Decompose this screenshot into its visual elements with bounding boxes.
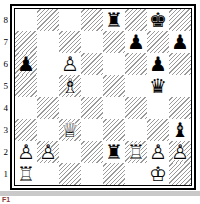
square-e4[interactable] (103, 97, 125, 119)
square-c1[interactable] (59, 163, 81, 185)
rank-label-6: 6 (0, 58, 8, 70)
square-c7[interactable] (59, 31, 81, 53)
rank-label-1: 1 (0, 168, 8, 180)
square-f6[interactable] (125, 53, 147, 75)
square-f1[interactable] (125, 163, 147, 185)
square-g1[interactable]: ♚♔ (147, 163, 169, 185)
square-h8[interactable] (169, 9, 191, 31)
piece-white-pawn-h2[interactable]: ♟♙ (169, 141, 191, 163)
square-f4[interactable] (125, 97, 147, 119)
white-pawn-outline-icon: ♙ (59, 53, 81, 75)
rank-label-4: 4 (0, 102, 8, 114)
square-h3[interactable]: ♝ (169, 119, 191, 141)
square-g3[interactable] (147, 119, 169, 141)
black-bishop-icon: ♝ (169, 119, 191, 141)
chess-board: ♜♚♟♟♟♟♙♟♝♗♛♛♕♝♟♙♟♙♜♜♖♟♙♟♙♜♖♚♔ (10, 4, 196, 190)
square-b1[interactable] (37, 163, 59, 185)
square-b5[interactable] (37, 75, 59, 97)
square-b8[interactable] (37, 9, 59, 31)
chess-diagram-screenshot: 87654321 ♜♚♟♟♟♟♙♟♝♗♛♛♕♝♟♙♟♙♜♜♖♟♙♟♙♜♖♚♔ F… (0, 0, 200, 204)
square-f7[interactable]: ♟ (125, 31, 147, 53)
square-h1[interactable] (169, 163, 191, 185)
white-queen-outline-icon: ♕ (59, 119, 81, 141)
piece-black-rook-e8[interactable]: ♜ (103, 9, 125, 31)
black-pawn-icon: ♟ (125, 31, 147, 53)
square-c3[interactable]: ♛♕ (59, 119, 81, 141)
piece-white-pawn-a2[interactable]: ♟♙ (15, 141, 37, 163)
white-pawn-outline-icon: ♙ (37, 141, 59, 163)
square-f8[interactable] (125, 9, 147, 31)
white-rook-outline-icon: ♖ (15, 163, 37, 185)
chess-board-grid: ♜♚♟♟♟♟♙♟♝♗♛♛♕♝♟♙♟♙♜♜♖♟♙♟♙♜♖♚♔ (14, 8, 192, 186)
rank-label-5: 5 (0, 80, 8, 92)
square-f5[interactable] (125, 75, 147, 97)
square-e3[interactable] (103, 119, 125, 141)
square-a4[interactable] (15, 97, 37, 119)
rank-label-8: 8 (0, 14, 8, 26)
square-b2[interactable]: ♟♙ (37, 141, 59, 163)
square-f3[interactable] (125, 119, 147, 141)
square-b4[interactable] (37, 97, 59, 119)
square-e6[interactable] (103, 53, 125, 75)
white-king-outline-icon: ♔ (147, 163, 169, 185)
black-pawn-icon: ♟ (15, 53, 37, 75)
square-c6[interactable]: ♟♙ (59, 53, 81, 75)
piece-black-king-g8[interactable]: ♚ (147, 9, 169, 31)
square-a5[interactable] (15, 75, 37, 97)
rank-label-3: 3 (0, 124, 8, 136)
square-b3[interactable] (37, 119, 59, 141)
square-g8[interactable]: ♚ (147, 9, 169, 31)
square-e5[interactable] (103, 75, 125, 97)
square-a7[interactable] (15, 31, 37, 53)
rank-label-2: 2 (0, 146, 8, 158)
black-pawn-icon: ♟ (147, 53, 169, 75)
square-a1[interactable]: ♜♖ (15, 163, 37, 185)
piece-black-pawn-g6[interactable]: ♟ (147, 53, 169, 75)
black-queen-icon: ♛ (147, 75, 169, 97)
piece-white-pawn-b2[interactable]: ♟♙ (37, 141, 59, 163)
piece-white-rook-f2[interactable]: ♜♖ (125, 141, 147, 163)
piece-white-pawn-c6[interactable]: ♟♙ (59, 53, 81, 75)
piece-black-rook-e2[interactable]: ♜ (103, 141, 125, 163)
square-c8[interactable] (59, 9, 81, 31)
square-g7[interactable] (147, 31, 169, 53)
black-pawn-icon: ♟ (169, 31, 191, 53)
piece-black-pawn-a6[interactable]: ♟ (15, 53, 37, 75)
black-rook-icon: ♜ (103, 141, 125, 163)
white-bishop-outline-icon: ♗ (59, 75, 81, 97)
rank-labels: 87654321 (0, 0, 8, 196)
white-pawn-outline-icon: ♙ (15, 141, 37, 163)
white-rook-outline-icon: ♖ (125, 141, 147, 163)
square-b7[interactable] (37, 31, 59, 53)
square-d1[interactable] (81, 163, 103, 185)
square-h4[interactable] (169, 97, 191, 119)
square-a2[interactable]: ♟♙ (15, 141, 37, 163)
square-a8[interactable] (15, 9, 37, 31)
square-e8[interactable]: ♜ (103, 9, 125, 31)
square-a6[interactable]: ♟ (15, 53, 37, 75)
piece-white-queen-c3[interactable]: ♛♕ (59, 119, 81, 141)
square-a3[interactable] (15, 119, 37, 141)
square-b6[interactable] (37, 53, 59, 75)
square-d8[interactable] (81, 9, 103, 31)
square-e7[interactable] (103, 31, 125, 53)
white-pawn-outline-icon: ♙ (147, 141, 169, 163)
square-e2[interactable]: ♜ (103, 141, 125, 163)
square-h5[interactable] (169, 75, 191, 97)
square-d4[interactable] (81, 97, 103, 119)
square-d3[interactable] (81, 119, 103, 141)
piece-white-pawn-g2[interactable]: ♟♙ (147, 141, 169, 163)
square-h7[interactable]: ♟ (169, 31, 191, 53)
diagram-caption: F1 (2, 196, 10, 204)
square-h2[interactable]: ♟♙ (169, 141, 191, 163)
black-king-icon: ♚ (147, 9, 169, 31)
square-g2[interactable]: ♟♙ (147, 141, 169, 163)
square-h6[interactable] (169, 53, 191, 75)
white-pawn-outline-icon: ♙ (169, 141, 191, 163)
square-c4[interactable] (59, 97, 81, 119)
square-f2[interactable]: ♜♖ (125, 141, 147, 163)
piece-black-pawn-h7[interactable]: ♟ (169, 31, 191, 53)
square-d2[interactable] (81, 141, 103, 163)
square-g6[interactable]: ♟ (147, 53, 169, 75)
piece-white-king-g1[interactable]: ♚♔ (147, 163, 169, 185)
square-d7[interactable] (81, 31, 103, 53)
square-g5[interactable]: ♛ (147, 75, 169, 97)
square-c5[interactable]: ♝♗ (59, 75, 81, 97)
square-d6[interactable] (81, 53, 103, 75)
square-e1[interactable] (103, 163, 125, 185)
piece-white-bishop-c5[interactable]: ♝♗ (59, 75, 81, 97)
square-g4[interactable] (147, 97, 169, 119)
square-d5[interactable] (81, 75, 103, 97)
piece-black-bishop-h3[interactable]: ♝ (169, 119, 191, 141)
black-rook-icon: ♜ (103, 9, 125, 31)
piece-black-pawn-f7[interactable]: ♟ (125, 31, 147, 53)
piece-white-rook-a1[interactable]: ♜♖ (15, 163, 37, 185)
piece-black-queen-g5[interactable]: ♛ (147, 75, 169, 97)
bottom-strip (0, 191, 200, 196)
rank-label-7: 7 (0, 36, 8, 48)
square-c2[interactable] (59, 141, 81, 163)
